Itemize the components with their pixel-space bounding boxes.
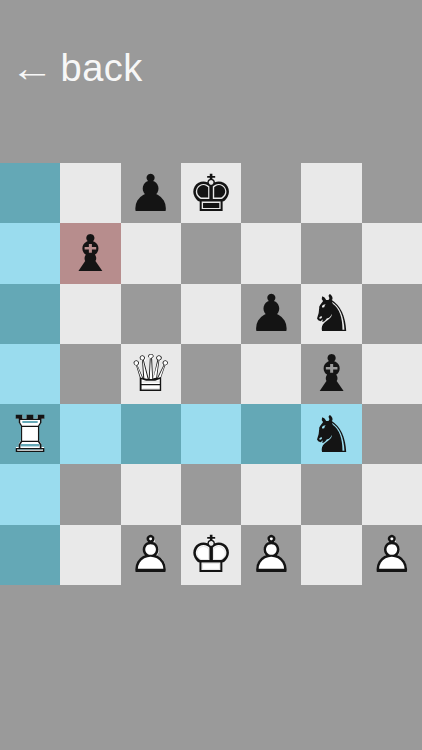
white-pawn-outline: ♙	[121, 525, 181, 585]
square-r1c3[interactable]	[181, 223, 241, 283]
square-r3c5[interactable]: ♝	[301, 344, 361, 404]
square-r2c2[interactable]	[121, 284, 181, 344]
square-r5c3[interactable]	[181, 464, 241, 524]
white-king-outline: ♔	[181, 525, 241, 585]
app-screen: ← back ♟♚♝♟♞♛♕♝♜♖♞♟♙♚♔♟♙♟♙	[0, 0, 422, 750]
black-pawn: ♟	[121, 163, 181, 223]
white-pawn: ♟♙	[121, 525, 181, 585]
square-r6c2[interactable]: ♟♙	[121, 525, 181, 585]
black-bishop: ♝	[60, 223, 120, 283]
square-r3c1[interactable]	[60, 344, 120, 404]
square-r2c4[interactable]: ♟	[241, 284, 301, 344]
square-r1c6[interactable]	[362, 223, 422, 283]
square-r4c3[interactable]	[181, 404, 241, 464]
square-r5c5[interactable]	[301, 464, 361, 524]
white-king: ♚♔	[181, 525, 241, 585]
square-r5c4[interactable]	[241, 464, 301, 524]
back-label: back	[61, 48, 143, 90]
square-r6c5[interactable]	[301, 525, 361, 585]
black-knight: ♞	[301, 404, 361, 464]
black-king: ♚	[181, 163, 241, 223]
white-pawn-outline: ♙	[362, 525, 422, 585]
square-r0c1[interactable]	[60, 163, 120, 223]
square-r4c5[interactable]: ♞	[301, 404, 361, 464]
square-r1c4[interactable]	[241, 223, 301, 283]
square-r2c1[interactable]	[60, 284, 120, 344]
square-r0c6[interactable]	[362, 163, 422, 223]
square-r2c5[interactable]: ♞	[301, 284, 361, 344]
square-r6c1[interactable]	[60, 525, 120, 585]
square-r3c2[interactable]: ♛♕	[121, 344, 181, 404]
square-r4c6[interactable]	[362, 404, 422, 464]
square-r1c2[interactable]	[121, 223, 181, 283]
square-r0c3[interactable]: ♚	[181, 163, 241, 223]
square-r6c0[interactable]	[0, 525, 60, 585]
square-r1c1[interactable]: ♝	[60, 223, 120, 283]
black-pawn: ♟	[241, 284, 301, 344]
square-r5c2[interactable]	[121, 464, 181, 524]
white-rook-outline: ♖	[0, 404, 60, 464]
square-r6c6[interactable]: ♟♙	[362, 525, 422, 585]
chess-board: ♟♚♝♟♞♛♕♝♜♖♞♟♙♚♔♟♙♟♙	[0, 163, 422, 585]
white-pawn: ♟♙	[241, 525, 301, 585]
square-r0c2[interactable]: ♟	[121, 163, 181, 223]
white-queen: ♛♕	[121, 344, 181, 404]
square-r4c2[interactable]	[121, 404, 181, 464]
square-r4c4[interactable]	[241, 404, 301, 464]
square-r4c1[interactable]	[60, 404, 120, 464]
black-knight: ♞	[301, 284, 361, 344]
square-r0c0[interactable]	[0, 163, 60, 223]
white-queen-outline: ♕	[121, 344, 181, 404]
square-r0c5[interactable]	[301, 163, 361, 223]
square-r2c3[interactable]	[181, 284, 241, 344]
white-rook: ♜♖	[0, 404, 60, 464]
square-r4c0[interactable]: ♜♖	[0, 404, 60, 464]
square-r5c0[interactable]	[0, 464, 60, 524]
back-button[interactable]: ← back	[10, 48, 143, 90]
top-bar: ← back	[0, 0, 422, 120]
square-r3c6[interactable]	[362, 344, 422, 404]
square-r2c0[interactable]	[0, 284, 60, 344]
square-r5c1[interactable]	[60, 464, 120, 524]
white-pawn-outline: ♙	[241, 525, 301, 585]
black-bishop: ♝	[301, 344, 361, 404]
square-r1c5[interactable]	[301, 223, 361, 283]
square-r0c4[interactable]	[241, 163, 301, 223]
square-r3c3[interactable]	[181, 344, 241, 404]
square-r6c4[interactable]: ♟♙	[241, 525, 301, 585]
white-pawn: ♟♙	[362, 525, 422, 585]
square-r6c3[interactable]: ♚♔	[181, 525, 241, 585]
square-r3c0[interactable]	[0, 344, 60, 404]
square-r3c4[interactable]	[241, 344, 301, 404]
square-r1c0[interactable]	[0, 223, 60, 283]
back-arrow-icon: ←	[10, 48, 54, 90]
square-r2c6[interactable]	[362, 284, 422, 344]
square-r5c6[interactable]	[362, 464, 422, 524]
